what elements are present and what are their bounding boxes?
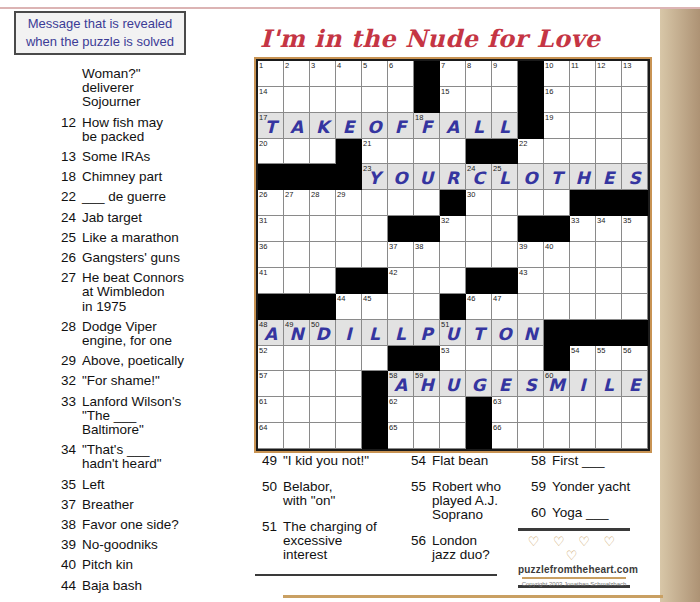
grid-cell[interactable] bbox=[570, 113, 596, 139]
bottom-clue-col-3: 58First ___59Yonder yacht60Yoga ___ bbox=[528, 454, 638, 532]
grid-cell[interactable] bbox=[284, 346, 310, 372]
clue-number: 54 bbox=[400, 454, 432, 468]
grid-cell-black bbox=[414, 216, 440, 242]
grid-cell[interactable] bbox=[414, 294, 440, 320]
grid-cell[interactable]: 59H bbox=[414, 371, 440, 397]
grid-cell[interactable]: 42 bbox=[388, 268, 414, 294]
grid-cell[interactable] bbox=[336, 423, 362, 449]
grid-cell[interactable] bbox=[284, 139, 310, 165]
grid-cell[interactable] bbox=[622, 423, 648, 449]
cell-number: 65 bbox=[389, 423, 397, 432]
grid-cell[interactable] bbox=[544, 190, 570, 216]
grid-cell[interactable] bbox=[570, 397, 596, 423]
clue-number: 58 bbox=[528, 454, 552, 468]
grid-cell[interactable]: 20 bbox=[258, 139, 284, 165]
grid-cell[interactable] bbox=[570, 87, 596, 113]
grid-cell-black bbox=[362, 397, 388, 423]
cell-number: 15 bbox=[441, 87, 449, 96]
grid-cell[interactable]: 49N bbox=[284, 320, 310, 346]
grid-cell[interactable]: 17T bbox=[258, 113, 284, 139]
cell-number: 11 bbox=[571, 61, 579, 70]
grid-cell[interactable]: 2 bbox=[284, 61, 310, 87]
grid-cell[interactable] bbox=[544, 268, 570, 294]
grid-cell[interactable]: T bbox=[544, 164, 570, 190]
cell-letter: S bbox=[622, 167, 647, 189]
grid-cell[interactable]: 50D bbox=[310, 320, 336, 346]
grid-cell[interactable] bbox=[570, 139, 596, 165]
grid-cell[interactable]: 28 bbox=[310, 190, 336, 216]
grid-cell[interactable]: 64 bbox=[258, 423, 284, 449]
cell-number: 26 bbox=[259, 190, 267, 199]
cell-letter: A bbox=[258, 323, 283, 345]
grid-cell[interactable]: 54 bbox=[570, 346, 596, 372]
grid-cell[interactable]: 43 bbox=[518, 268, 544, 294]
grid-cell[interactable] bbox=[414, 190, 440, 216]
grid-cell[interactable] bbox=[492, 87, 518, 113]
cell-number: 56 bbox=[623, 346, 631, 355]
grid-cell[interactable]: 23Y bbox=[362, 164, 388, 190]
grid-cell[interactable]: 5 bbox=[362, 61, 388, 87]
clue-number: 39 bbox=[40, 538, 82, 552]
grid-cell[interactable]: 4 bbox=[336, 61, 362, 87]
cell-number: 62 bbox=[389, 397, 397, 406]
clue-item: 24Jab target bbox=[40, 211, 252, 225]
grid-cell[interactable] bbox=[596, 87, 622, 113]
grid-cell[interactable]: 11 bbox=[570, 61, 596, 87]
cell-letter: E bbox=[622, 374, 647, 396]
grid-cell[interactable]: E bbox=[336, 113, 362, 139]
cell-number: 16 bbox=[545, 87, 553, 96]
grid-cell[interactable] bbox=[466, 242, 492, 268]
cell-number: 47 bbox=[493, 294, 501, 303]
grid-cell[interactable]: P bbox=[414, 320, 440, 346]
grid-cell[interactable]: L bbox=[388, 320, 414, 346]
grid-cell[interactable]: L bbox=[492, 113, 518, 139]
grid-cell[interactable]: 24C bbox=[466, 164, 492, 190]
crossword-grid: 1234567891011121314151617TAKEOF18FALL192… bbox=[256, 59, 650, 451]
clue-text: Robert who played A.J. Soprano bbox=[432, 480, 501, 522]
clue-item: 26Gangsters' guns bbox=[40, 251, 252, 265]
grid-cell[interactable]: 30 bbox=[466, 190, 492, 216]
grid-cell[interactable] bbox=[466, 87, 492, 113]
grid-cell[interactable]: L bbox=[362, 320, 388, 346]
grid-cell-black bbox=[414, 346, 440, 372]
grid-cell[interactable]: E bbox=[596, 164, 622, 190]
grid-cell[interactable]: 41 bbox=[258, 268, 284, 294]
grid-cell[interactable]: 40 bbox=[544, 242, 570, 268]
grid-cell[interactable]: 9 bbox=[492, 61, 518, 87]
grid-cell[interactable] bbox=[388, 294, 414, 320]
grid-cell[interactable] bbox=[310, 139, 336, 165]
grid-cell[interactable] bbox=[596, 139, 622, 165]
cell-letter: Y bbox=[362, 167, 387, 189]
clue-item: 40Pitch kin bbox=[40, 558, 252, 572]
grid-cell[interactable]: 44 bbox=[336, 294, 362, 320]
cell-letter: H bbox=[414, 374, 439, 396]
grid-cell[interactable] bbox=[492, 216, 518, 242]
grid-cell[interactable] bbox=[570, 294, 596, 320]
cell-number: 41 bbox=[259, 268, 267, 277]
grid-cell[interactable] bbox=[622, 139, 648, 165]
clue-item: 51The charging of excessive interest bbox=[255, 520, 395, 562]
grid-cell[interactable]: 6 bbox=[388, 61, 414, 87]
cell-number: 43 bbox=[519, 268, 527, 277]
clue-text: No-goodniks bbox=[82, 538, 158, 552]
grid-cell[interactable]: 45 bbox=[362, 294, 388, 320]
grid-cell[interactable]: O bbox=[518, 164, 544, 190]
clue-number: 49 bbox=[255, 454, 283, 468]
grid-cell[interactable]: 3 bbox=[310, 61, 336, 87]
grid-cell[interactable] bbox=[570, 423, 596, 449]
grid-cell[interactable] bbox=[518, 190, 544, 216]
clue-number: 22 bbox=[40, 190, 82, 204]
grid-cell[interactable] bbox=[284, 268, 310, 294]
grid-cell[interactable]: 10 bbox=[544, 61, 570, 87]
grid-cell[interactable]: I bbox=[336, 320, 362, 346]
grid-cell[interactable] bbox=[284, 87, 310, 113]
grid-cell[interactable] bbox=[622, 268, 648, 294]
grid-cell[interactable] bbox=[362, 190, 388, 216]
cell-number: 4 bbox=[337, 61, 341, 70]
grid-cell[interactable]: H bbox=[570, 164, 596, 190]
grid-cell[interactable] bbox=[440, 242, 466, 268]
grid-cell[interactable]: 14 bbox=[258, 87, 284, 113]
cell-number: 46 bbox=[467, 294, 475, 303]
grid-cell[interactable]: 16 bbox=[544, 87, 570, 113]
left-clue-list: Woman?" deliverer Sojourner12How fish ma… bbox=[40, 67, 252, 599]
grid-cell[interactable] bbox=[492, 346, 518, 372]
grid-cell[interactable] bbox=[310, 397, 336, 423]
grid-cell[interactable] bbox=[492, 190, 518, 216]
clue-text: "For shame!" bbox=[82, 374, 160, 388]
grid-cell-black bbox=[258, 164, 284, 190]
grid-cell[interactable]: 56 bbox=[622, 346, 648, 372]
logo-underline bbox=[522, 577, 626, 579]
grid-cell[interactable]: 66 bbox=[492, 423, 518, 449]
grid-cell[interactable]: 57 bbox=[258, 371, 284, 397]
clue-item: 37Breather bbox=[40, 498, 252, 512]
cell-number: 39 bbox=[519, 242, 527, 251]
grid-cell[interactable]: 26 bbox=[258, 190, 284, 216]
grid-cell[interactable]: 15 bbox=[440, 87, 466, 113]
grid-cell[interactable]: 29 bbox=[336, 190, 362, 216]
clue-number: 12 bbox=[40, 116, 82, 144]
cell-letter: O bbox=[362, 116, 387, 138]
grid-cell[interactable]: T bbox=[466, 320, 492, 346]
grid-cell[interactable]: 32 bbox=[440, 216, 466, 242]
grid-cell[interactable]: 12 bbox=[596, 61, 622, 87]
clue-item: 58First ___ bbox=[528, 454, 638, 468]
grid-cell[interactable] bbox=[596, 294, 622, 320]
clue-number: 13 bbox=[40, 150, 82, 164]
clue-item: 35Left bbox=[40, 478, 252, 492]
grid-cell[interactable]: G bbox=[466, 371, 492, 397]
grid-cell[interactable] bbox=[440, 268, 466, 294]
grid-cell[interactable]: 52 bbox=[258, 346, 284, 372]
grid-cell[interactable]: 46 bbox=[466, 294, 492, 320]
logo-copyright: Copyright 2003 Jonathan Schmalzbach bbox=[518, 581, 630, 587]
grid-cell[interactable] bbox=[414, 423, 440, 449]
grid-cell[interactable] bbox=[284, 216, 310, 242]
grid-cell[interactable]: 18F bbox=[414, 113, 440, 139]
grid-cell-black bbox=[284, 294, 310, 320]
grid-cell[interactable]: S bbox=[518, 371, 544, 397]
grid-cell-black bbox=[310, 294, 336, 320]
divider-rule-left bbox=[255, 574, 497, 576]
clue-text: Woman?" deliverer Sojourner bbox=[82, 67, 141, 110]
cell-number: 61 bbox=[259, 397, 267, 406]
grid-cell[interactable]: L bbox=[596, 371, 622, 397]
grid-cell[interactable] bbox=[310, 346, 336, 372]
grid-cell[interactable] bbox=[310, 268, 336, 294]
clue-number: 33 bbox=[40, 395, 82, 438]
grid-cell[interactable]: 8 bbox=[466, 61, 492, 87]
grid-cell[interactable]: 34 bbox=[596, 216, 622, 242]
clue-item: 18Chimney part bbox=[40, 170, 252, 184]
grid-cell[interactable] bbox=[388, 139, 414, 165]
grid-cell[interactable]: 62 bbox=[388, 397, 414, 423]
grid-cell[interactable]: 33 bbox=[570, 216, 596, 242]
grid-cell[interactable]: S bbox=[622, 164, 648, 190]
clue-text: "That's ___ hadn't heard" bbox=[82, 443, 161, 471]
grid-cell[interactable]: 31 bbox=[258, 216, 284, 242]
grid-cell[interactable] bbox=[388, 190, 414, 216]
grid-cell[interactable]: 51U bbox=[440, 320, 466, 346]
grid-cell[interactable] bbox=[492, 242, 518, 268]
clue-item: 29Above, poetically bbox=[40, 354, 252, 368]
clue-text: Pitch kin bbox=[82, 558, 133, 572]
clue-text: Some IRAs bbox=[82, 150, 150, 164]
grid-cell[interactable] bbox=[622, 294, 648, 320]
cell-letter: O bbox=[492, 323, 517, 345]
grid-cell-black bbox=[622, 190, 648, 216]
grid-cell[interactable]: 1 bbox=[258, 61, 284, 87]
grid-cell[interactable]: 25L bbox=[492, 164, 518, 190]
grid-cell[interactable]: O bbox=[388, 164, 414, 190]
grid-cell[interactable]: 13 bbox=[622, 61, 648, 87]
grid-cell[interactable]: 48A bbox=[258, 320, 284, 346]
clue-item: 39No-goodniks bbox=[40, 538, 252, 552]
grid-cell[interactable]: A bbox=[284, 113, 310, 139]
grid-cell[interactable]: 7 bbox=[440, 61, 466, 87]
grid-cell[interactable] bbox=[336, 371, 362, 397]
grid-cell[interactable] bbox=[622, 87, 648, 113]
grid-cell[interactable] bbox=[466, 346, 492, 372]
cell-number: 29 bbox=[337, 190, 345, 199]
grid-cell[interactable]: 58A bbox=[388, 371, 414, 397]
grid-cell-black bbox=[258, 294, 284, 320]
grid-cell-black bbox=[492, 268, 518, 294]
grid-cell[interactable] bbox=[518, 294, 544, 320]
grid-cell[interactable]: 19 bbox=[544, 113, 570, 139]
clue-number: 29 bbox=[40, 354, 82, 368]
grid-cell[interactable] bbox=[518, 423, 544, 449]
grid-cell[interactable]: 35 bbox=[622, 216, 648, 242]
cell-letter: M bbox=[544, 374, 569, 396]
cell-number: 37 bbox=[389, 242, 397, 251]
cell-letter: N bbox=[284, 323, 309, 345]
grid-cell[interactable] bbox=[414, 397, 440, 423]
grid-cell[interactable]: A bbox=[440, 113, 466, 139]
grid-cell[interactable]: 65 bbox=[388, 423, 414, 449]
clue-text: Lanford Wilson's "The ___ Baltimore" bbox=[82, 395, 181, 438]
cell-number: 35 bbox=[623, 216, 631, 225]
grid-cell[interactable]: 27 bbox=[284, 190, 310, 216]
grid-cell-black bbox=[466, 397, 492, 423]
grid-cell[interactable]: E bbox=[622, 371, 648, 397]
grid-cell[interactable]: 22 bbox=[518, 139, 544, 165]
cell-number: 34 bbox=[597, 216, 605, 225]
message-box: Message that is revealed when the puzzle… bbox=[14, 11, 186, 55]
clue-text: "I kid you not!" bbox=[283, 454, 369, 468]
grid-cell[interactable] bbox=[414, 139, 440, 165]
grid-cell[interactable] bbox=[570, 242, 596, 268]
grid-cell[interactable] bbox=[362, 346, 388, 372]
cell-letter: L bbox=[466, 116, 491, 138]
grid-cell[interactable]: L bbox=[466, 113, 492, 139]
scan-bottom-line bbox=[283, 595, 663, 598]
grid-cell[interactable]: N bbox=[518, 320, 544, 346]
clue-number: 25 bbox=[40, 231, 82, 245]
clue-text: First ___ bbox=[552, 454, 605, 468]
grid-cell[interactable] bbox=[284, 397, 310, 423]
grid-cell[interactable] bbox=[622, 113, 648, 139]
clue-number: 27 bbox=[40, 271, 82, 314]
grid-cell[interactable]: O bbox=[362, 113, 388, 139]
cell-letter: I bbox=[570, 374, 595, 396]
clue-number: 26 bbox=[40, 251, 82, 265]
cell-number: 22 bbox=[519, 139, 527, 148]
grid-cell[interactable]: 63 bbox=[492, 397, 518, 423]
grid-cell[interactable]: 47 bbox=[492, 294, 518, 320]
grid-cell-black bbox=[570, 320, 596, 346]
logo-site-text: puzzlefromtheheart.com bbox=[518, 564, 630, 575]
cell-letter: E bbox=[336, 116, 361, 138]
grid-cell[interactable] bbox=[622, 242, 648, 268]
grid-cell[interactable]: 21 bbox=[362, 139, 388, 165]
grid-cell[interactable] bbox=[544, 294, 570, 320]
grid-cell[interactable]: 38 bbox=[414, 242, 440, 268]
clue-item: 28Dodge Viper engine, for one bbox=[40, 320, 252, 348]
grid-cell[interactable] bbox=[284, 242, 310, 268]
grid-cell[interactable] bbox=[596, 423, 622, 449]
grid-cell-black bbox=[518, 87, 544, 113]
grid-cell[interactable]: F bbox=[388, 113, 414, 139]
grid-cell[interactable]: I bbox=[570, 371, 596, 397]
cell-letter: L bbox=[492, 116, 517, 138]
grid-cell[interactable] bbox=[336, 242, 362, 268]
grid-cell[interactable] bbox=[596, 242, 622, 268]
clue-text: Yoga ___ bbox=[552, 506, 609, 520]
grid-cell[interactable] bbox=[440, 397, 466, 423]
cell-letter: L bbox=[492, 167, 517, 189]
grid-cell[interactable] bbox=[440, 423, 466, 449]
cell-number: 19 bbox=[545, 113, 553, 122]
clue-number: 44 bbox=[40, 579, 82, 593]
grid-cell[interactable]: O bbox=[492, 320, 518, 346]
grid-cell[interactable] bbox=[310, 242, 336, 268]
grid-cell[interactable] bbox=[544, 397, 570, 423]
clue-item: 32"For shame!" bbox=[40, 374, 252, 388]
grid-cell[interactable] bbox=[284, 371, 310, 397]
clue-item: 49"I kid you not!" bbox=[255, 454, 395, 468]
grid-cell[interactable] bbox=[310, 87, 336, 113]
grid-cell[interactable]: 39 bbox=[518, 242, 544, 268]
clue-item: 34"That's ___ hadn't heard" bbox=[40, 443, 252, 471]
grid-cell[interactable]: 37 bbox=[388, 242, 414, 268]
grid-cell-black bbox=[336, 139, 362, 165]
grid-cell[interactable] bbox=[336, 216, 362, 242]
grid-cell[interactable] bbox=[336, 397, 362, 423]
grid-cell[interactable] bbox=[310, 371, 336, 397]
grid-cell[interactable] bbox=[362, 87, 388, 113]
grid-cell-black bbox=[336, 164, 362, 190]
grid-cell[interactable] bbox=[440, 139, 466, 165]
grid-cell-black bbox=[492, 139, 518, 165]
grid-cell[interactable] bbox=[622, 397, 648, 423]
grid-cell[interactable] bbox=[596, 397, 622, 423]
cell-number: 63 bbox=[493, 397, 501, 406]
clue-item: 59Yonder yacht bbox=[528, 480, 638, 494]
grid-cell-black bbox=[362, 371, 388, 397]
grid-cell[interactable] bbox=[518, 346, 544, 372]
cell-letter: O bbox=[388, 167, 413, 189]
cell-number: 33 bbox=[571, 216, 579, 225]
grid-cell[interactable]: 55 bbox=[596, 346, 622, 372]
cell-letter: G bbox=[466, 374, 491, 396]
grid-cell[interactable] bbox=[388, 87, 414, 113]
grid-cell[interactable] bbox=[362, 216, 388, 242]
grid-cell[interactable] bbox=[414, 268, 440, 294]
clue-item: 50Belabor, with "on" bbox=[255, 480, 395, 508]
grid-cell[interactable] bbox=[544, 139, 570, 165]
grid-cell[interactable]: K bbox=[310, 113, 336, 139]
grid-cell[interactable] bbox=[310, 423, 336, 449]
clue-number: 59 bbox=[528, 480, 552, 494]
grid-cell[interactable] bbox=[336, 87, 362, 113]
grid-cell[interactable]: E bbox=[492, 371, 518, 397]
grid-cell[interactable] bbox=[596, 268, 622, 294]
grid-cell[interactable]: 36 bbox=[258, 242, 284, 268]
grid-cell[interactable] bbox=[596, 113, 622, 139]
grid-cell-black bbox=[336, 268, 362, 294]
grid-cell[interactable]: 61 bbox=[258, 397, 284, 423]
clue-text: Gangsters' guns bbox=[82, 251, 180, 265]
grid-cell-black bbox=[544, 320, 570, 346]
clue-text: ___ de guerre bbox=[82, 190, 166, 204]
grid-cell[interactable]: 53 bbox=[440, 346, 466, 372]
grid-cell[interactable] bbox=[284, 423, 310, 449]
clue-text: Flat bean bbox=[432, 454, 488, 468]
cell-letter: S bbox=[518, 374, 543, 396]
grid-cell[interactable] bbox=[336, 346, 362, 372]
grid-cell[interactable]: 60M bbox=[544, 371, 570, 397]
grid-cell[interactable]: U bbox=[414, 164, 440, 190]
grid-cell[interactable]: R bbox=[440, 164, 466, 190]
grid-cell[interactable] bbox=[310, 216, 336, 242]
grid-cell[interactable] bbox=[570, 268, 596, 294]
grid-cell[interactable] bbox=[518, 397, 544, 423]
grid-cell[interactable] bbox=[544, 423, 570, 449]
cell-letter: A bbox=[284, 116, 309, 138]
grid-cell[interactable]: U bbox=[440, 371, 466, 397]
cell-number: 32 bbox=[441, 216, 449, 225]
grid-cell[interactable] bbox=[466, 216, 492, 242]
clue-item: 22___ de guerre bbox=[40, 190, 252, 204]
clue-text: How fish may be packed bbox=[82, 116, 163, 144]
bottom-clue-col-1: 49"I kid you not!"50Belabor, with "on"51… bbox=[255, 454, 395, 574]
grid-cell[interactable] bbox=[362, 242, 388, 268]
